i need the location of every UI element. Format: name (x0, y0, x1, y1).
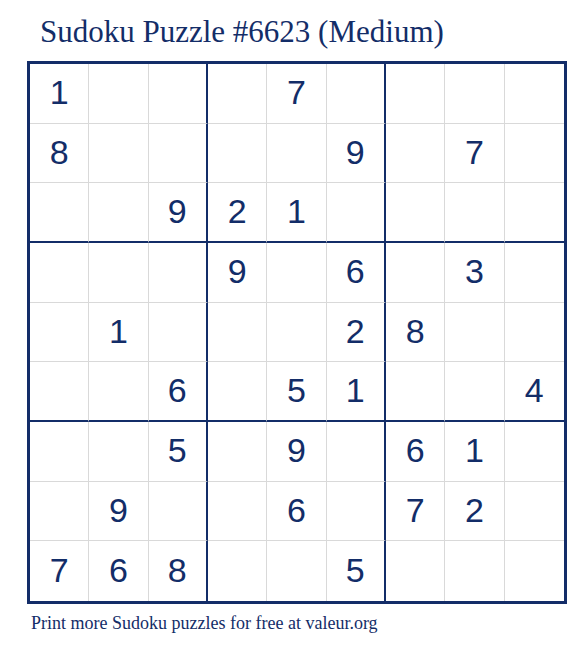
cell-r2c3 (149, 124, 208, 184)
footer-text: Print more Sudoku puzzles for free at va… (31, 613, 378, 634)
cell-r4c3 (149, 243, 208, 303)
cell-r8c7: 7 (386, 482, 445, 542)
cell-r5c6: 2 (327, 303, 386, 363)
cell-r1c5: 7 (267, 64, 326, 124)
cell-r4c2 (89, 243, 148, 303)
cell-r8c8: 2 (445, 482, 504, 542)
cell-r3c8 (445, 183, 504, 243)
cell-r8c3 (149, 482, 208, 542)
cell-r6c9: 4 (505, 362, 564, 422)
cell-r7c4 (208, 422, 267, 482)
cell-r6c4 (208, 362, 267, 422)
cell-r1c2 (89, 64, 148, 124)
cell-r4c8: 3 (445, 243, 504, 303)
cell-r3c3: 9 (149, 183, 208, 243)
cell-r8c9 (505, 482, 564, 542)
cell-r7c1 (30, 422, 89, 482)
cell-r5c1 (30, 303, 89, 363)
cell-r7c9 (505, 422, 564, 482)
cell-r4c6: 6 (327, 243, 386, 303)
cell-r2c9 (505, 124, 564, 184)
cell-r3c2 (89, 183, 148, 243)
cell-r5c4 (208, 303, 267, 363)
cell-r1c7 (386, 64, 445, 124)
cell-r6c7 (386, 362, 445, 422)
cell-r9c9 (505, 541, 564, 601)
cell-r7c2 (89, 422, 148, 482)
cell-r3c6 (327, 183, 386, 243)
cell-r2c2 (89, 124, 148, 184)
cell-r8c2: 9 (89, 482, 148, 542)
cell-r6c1 (30, 362, 89, 422)
cell-r3c4: 2 (208, 183, 267, 243)
cell-r9c1: 7 (30, 541, 89, 601)
cell-r9c4 (208, 541, 267, 601)
cell-r4c9 (505, 243, 564, 303)
cell-r5c7: 8 (386, 303, 445, 363)
cell-r2c7 (386, 124, 445, 184)
cell-r7c6 (327, 422, 386, 482)
sudoku-page: Sudoku Puzzle #6623 (Medium) 17897921963… (0, 0, 574, 651)
cell-r5c2: 1 (89, 303, 148, 363)
cell-r8c5: 6 (267, 482, 326, 542)
cell-r8c1 (30, 482, 89, 542)
cell-r3c1 (30, 183, 89, 243)
cell-r3c9 (505, 183, 564, 243)
cell-r1c1: 1 (30, 64, 89, 124)
cell-r7c5: 9 (267, 422, 326, 482)
cell-r5c5 (267, 303, 326, 363)
cell-r1c8 (445, 64, 504, 124)
cell-r4c1 (30, 243, 89, 303)
cell-r9c2: 6 (89, 541, 148, 601)
cell-r7c3: 5 (149, 422, 208, 482)
cell-r4c5 (267, 243, 326, 303)
cell-r4c4: 9 (208, 243, 267, 303)
cell-r9c5 (267, 541, 326, 601)
cell-r2c6: 9 (327, 124, 386, 184)
cell-r5c9 (505, 303, 564, 363)
cell-r7c7: 6 (386, 422, 445, 482)
cell-r6c6: 1 (327, 362, 386, 422)
cell-r3c5: 1 (267, 183, 326, 243)
cell-r9c8 (445, 541, 504, 601)
sudoku-board: 178979219631286514596196727685 (27, 61, 567, 604)
cell-r8c6 (327, 482, 386, 542)
page-title: Sudoku Puzzle #6623 (Medium) (40, 14, 444, 50)
cell-r2c5 (267, 124, 326, 184)
cell-r2c4 (208, 124, 267, 184)
cell-r4c7 (386, 243, 445, 303)
cell-r9c6: 5 (327, 541, 386, 601)
cell-r6c2 (89, 362, 148, 422)
cell-r1c4 (208, 64, 267, 124)
cell-r6c8 (445, 362, 504, 422)
cell-r5c8 (445, 303, 504, 363)
cell-r5c3 (149, 303, 208, 363)
cell-r1c3 (149, 64, 208, 124)
cell-r6c3: 6 (149, 362, 208, 422)
cell-r2c1: 8 (30, 124, 89, 184)
cell-r3c7 (386, 183, 445, 243)
cell-r9c3: 8 (149, 541, 208, 601)
cell-r1c6 (327, 64, 386, 124)
cell-r9c7 (386, 541, 445, 601)
cell-r8c4 (208, 482, 267, 542)
cell-r2c8: 7 (445, 124, 504, 184)
cell-r7c8: 1 (445, 422, 504, 482)
cell-r1c9 (505, 64, 564, 124)
cell-r6c5: 5 (267, 362, 326, 422)
